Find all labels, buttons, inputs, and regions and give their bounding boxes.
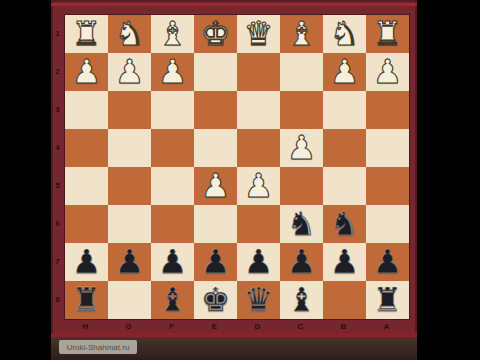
square-h7[interactable]: ♟ [65, 243, 108, 281]
square-b6[interactable]: ♞ [323, 205, 366, 243]
square-c4[interactable]: ♟ [280, 129, 323, 167]
square-f3[interactable] [151, 91, 194, 129]
watermark: Uroki-Shahmat.ru [59, 340, 137, 354]
rank-label-2: 2 [51, 52, 64, 90]
square-a5[interactable] [366, 167, 409, 205]
black-pawn-piece: ♟ [366, 243, 409, 281]
rank-label-6: 6 [51, 204, 64, 242]
white-pawn-piece: ♟ [65, 53, 108, 91]
file-label-a: A [365, 319, 408, 334]
black-pawn-piece: ♟ [108, 243, 151, 281]
square-d8[interactable]: ♛ [237, 281, 280, 319]
white-pawn-piece: ♟ [323, 53, 366, 91]
square-e2[interactable] [194, 53, 237, 91]
square-h3[interactable] [65, 91, 108, 129]
white-king-piece: ♚ [194, 15, 237, 53]
square-f2[interactable]: ♟ [151, 53, 194, 91]
file-label-e: E [193, 319, 236, 334]
square-h5[interactable] [65, 167, 108, 205]
square-f8[interactable]: ♝ [151, 281, 194, 319]
black-pawn-piece: ♟ [151, 243, 194, 281]
file-labels: HGFEDCBA [64, 319, 408, 334]
square-b3[interactable] [323, 91, 366, 129]
square-a1[interactable]: ♜ [366, 15, 409, 53]
rank-label-8: 8 [51, 280, 64, 318]
white-pawn-piece: ♟ [194, 167, 237, 205]
square-f5[interactable] [151, 167, 194, 205]
square-c6[interactable]: ♞ [280, 205, 323, 243]
square-a3[interactable] [366, 91, 409, 129]
white-pawn-piece: ♟ [237, 167, 280, 205]
square-f4[interactable] [151, 129, 194, 167]
square-g2[interactable]: ♟ [108, 53, 151, 91]
square-g4[interactable] [108, 129, 151, 167]
black-knight-piece: ♞ [323, 205, 366, 243]
square-b2[interactable]: ♟ [323, 53, 366, 91]
rank-label-1: 1 [51, 14, 64, 52]
square-c1[interactable]: ♝ [280, 15, 323, 53]
square-c2[interactable] [280, 53, 323, 91]
black-queen-piece: ♛ [237, 281, 280, 319]
square-h8[interactable]: ♜ [65, 281, 108, 319]
square-e4[interactable] [194, 129, 237, 167]
square-a4[interactable] [366, 129, 409, 167]
square-f7[interactable]: ♟ [151, 243, 194, 281]
square-e3[interactable] [194, 91, 237, 129]
chess-board[interactable]: ♜♞♝♚♛♝♞♜♟♟♟♟♟♟♟♟♞♞♟♟♟♟♟♟♟♟♜♝♚♛♝♜ [64, 14, 410, 320]
square-g1[interactable]: ♞ [108, 15, 151, 53]
square-f1[interactable]: ♝ [151, 15, 194, 53]
white-rook-piece: ♜ [65, 15, 108, 53]
square-d4[interactable] [237, 129, 280, 167]
square-b1[interactable]: ♞ [323, 15, 366, 53]
square-a7[interactable]: ♟ [366, 243, 409, 281]
file-label-f: F [150, 319, 193, 334]
black-pawn-piece: ♟ [323, 243, 366, 281]
black-king-piece: ♚ [194, 281, 237, 319]
square-g5[interactable] [108, 167, 151, 205]
file-label-c: C [279, 319, 322, 334]
square-g6[interactable] [108, 205, 151, 243]
square-e5[interactable]: ♟ [194, 167, 237, 205]
video-frame: 12345678 ♜♞♝♚♛♝♞♜♟♟♟♟♟♟♟♟♞♞♟♟♟♟♟♟♟♟♜♝♚♛♝… [0, 0, 480, 360]
black-rook-piece: ♜ [65, 281, 108, 319]
square-c3[interactable] [280, 91, 323, 129]
white-queen-piece: ♛ [237, 15, 280, 53]
black-pawn-piece: ♟ [65, 243, 108, 281]
square-a6[interactable] [366, 205, 409, 243]
square-c8[interactable]: ♝ [280, 281, 323, 319]
rank-label-3: 3 [51, 90, 64, 128]
square-b5[interactable] [323, 167, 366, 205]
square-e6[interactable] [194, 205, 237, 243]
square-a2[interactable]: ♟ [366, 53, 409, 91]
square-a8[interactable]: ♜ [366, 281, 409, 319]
black-knight-piece: ♞ [280, 205, 323, 243]
square-c5[interactable] [280, 167, 323, 205]
rank-label-7: 7 [51, 242, 64, 280]
square-d5[interactable]: ♟ [237, 167, 280, 205]
square-b8[interactable] [323, 281, 366, 319]
file-label-g: G [107, 319, 150, 334]
black-pawn-piece: ♟ [280, 243, 323, 281]
square-g3[interactable] [108, 91, 151, 129]
square-h6[interactable] [65, 205, 108, 243]
white-pawn-piece: ♟ [280, 129, 323, 167]
square-d1[interactable]: ♛ [237, 15, 280, 53]
square-h2[interactable]: ♟ [65, 53, 108, 91]
rank-label-5: 5 [51, 166, 64, 204]
square-g8[interactable] [108, 281, 151, 319]
black-rook-piece: ♜ [366, 281, 409, 319]
frame-accent-line [51, 3, 417, 6]
white-knight-piece: ♞ [323, 15, 366, 53]
file-label-h: H [64, 319, 107, 334]
white-pawn-piece: ♟ [108, 53, 151, 91]
square-b7[interactable]: ♟ [323, 243, 366, 281]
square-f6[interactable] [151, 205, 194, 243]
white-rook-piece: ♜ [366, 15, 409, 53]
white-bishop-piece: ♝ [151, 15, 194, 53]
square-d7[interactable]: ♟ [237, 243, 280, 281]
square-b4[interactable] [323, 129, 366, 167]
square-e8[interactable]: ♚ [194, 281, 237, 319]
square-d3[interactable] [237, 91, 280, 129]
black-bishop-piece: ♝ [151, 281, 194, 319]
file-label-d: D [236, 319, 279, 334]
square-h4[interactable] [65, 129, 108, 167]
white-pawn-piece: ♟ [151, 53, 194, 91]
black-bishop-piece: ♝ [280, 281, 323, 319]
black-pawn-piece: ♟ [237, 243, 280, 281]
square-h1[interactable]: ♜ [65, 15, 108, 53]
square-d2[interactable] [237, 53, 280, 91]
black-pawn-piece: ♟ [194, 243, 237, 281]
rank-label-4: 4 [51, 128, 64, 166]
white-knight-piece: ♞ [108, 15, 151, 53]
square-e1[interactable]: ♚ [194, 15, 237, 53]
square-e7[interactable]: ♟ [194, 243, 237, 281]
file-label-b: B [322, 319, 365, 334]
square-d6[interactable] [237, 205, 280, 243]
white-pawn-piece: ♟ [366, 53, 409, 91]
square-g7[interactable]: ♟ [108, 243, 151, 281]
white-bishop-piece: ♝ [280, 15, 323, 53]
rank-labels: 12345678 [51, 14, 64, 318]
square-c7[interactable]: ♟ [280, 243, 323, 281]
